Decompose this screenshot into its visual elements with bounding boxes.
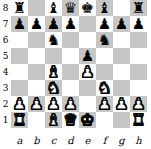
piece-black-bishop: ♝ [45,0,62,16]
square-c4[interactable]: ♝ [45,64,62,80]
square-a1[interactable]: ♜ [11,112,28,128]
file-label-a: a [11,133,28,148]
rank-label-2: 2 [0,96,11,112]
rank-label-3: 3 [0,80,11,96]
square-g5[interactable] [113,48,130,64]
square-d1[interactable]: ♛ [62,112,79,128]
square-e8[interactable]: ♚ [79,0,96,16]
square-g3[interactable] [113,80,130,96]
piece-white-king: ♚ [79,112,96,128]
square-d2[interactable]: ♟ [62,96,79,112]
square-h2[interactable]: ♟ [130,96,147,112]
square-f3[interactable]: ♞ [96,80,113,96]
square-f6[interactable]: ♞ [96,32,113,48]
square-e2[interactable] [79,96,96,112]
piece-white-pawn: ♟ [62,96,79,112]
file-label-h: h [130,133,147,148]
square-b5[interactable] [28,48,45,64]
piece-white-rook: ♜ [130,112,147,128]
square-f2[interactable]: ♟ [96,96,113,112]
square-c7[interactable]: ♟ [45,16,62,32]
piece-black-pawn: ♟ [62,16,79,32]
square-g4[interactable] [113,64,130,80]
piece-white-bishop: ♝ [45,64,62,80]
piece-black-pawn: ♟ [28,16,45,32]
piece-white-pawn: ♟ [96,96,113,112]
piece-white-pawn: ♟ [45,96,62,112]
file-label-b: b [28,133,45,148]
piece-white-knight: ♞ [45,80,62,96]
square-d3[interactable] [62,80,79,96]
square-b1[interactable] [28,112,45,128]
square-e1[interactable]: ♚ [79,112,96,128]
square-b2[interactable]: ♟ [28,96,45,112]
square-g6[interactable] [113,32,130,48]
chess-board: ♜♝♛♚♝♜♟♟♟♟♟♟♟♞♞♟♝♟♞♞♟♟♟♟♟♟♟♜♝♛♚♜ [11,0,147,128]
file-label-g: g [113,133,130,148]
square-h3[interactable] [130,80,147,96]
square-f1[interactable] [96,112,113,128]
square-a2[interactable]: ♟ [11,96,28,112]
piece-white-bishop: ♝ [45,112,62,128]
square-c5[interactable] [45,48,62,64]
square-f8[interactable]: ♝ [96,0,113,16]
square-f5[interactable] [96,48,113,64]
square-h7[interactable]: ♟ [130,16,147,32]
square-b6[interactable] [28,32,45,48]
piece-black-pawn: ♟ [79,48,96,64]
piece-black-queen: ♛ [62,0,79,16]
square-c8[interactable]: ♝ [45,0,62,16]
square-h4[interactable] [130,64,147,80]
rank-labels: 8 7 6 5 4 3 2 1 [0,0,11,128]
square-a7[interactable]: ♟ [11,16,28,32]
square-c2[interactable]: ♟ [45,96,62,112]
piece-black-pawn: ♟ [130,16,147,32]
square-g7[interactable]: ♟ [113,16,130,32]
piece-black-pawn: ♟ [113,16,130,32]
rank-label-6: 6 [0,32,11,48]
piece-white-pawn: ♟ [79,64,96,80]
piece-black-bishop: ♝ [96,0,113,16]
square-b4[interactable] [28,64,45,80]
square-d4[interactable] [62,64,79,80]
square-d8[interactable]: ♛ [62,0,79,16]
square-a4[interactable] [11,64,28,80]
square-b8[interactable] [28,0,45,16]
piece-white-pawn: ♟ [130,96,147,112]
piece-white-rook: ♜ [11,112,28,128]
square-a5[interactable] [11,48,28,64]
square-h5[interactable] [130,48,147,64]
piece-black-pawn: ♟ [45,16,62,32]
file-label-c: c [45,133,62,148]
piece-white-knight: ♞ [96,80,113,96]
piece-black-knight: ♞ [96,32,113,48]
file-label-e: e [79,133,96,148]
square-d7[interactable]: ♟ [62,16,79,32]
square-h1[interactable]: ♜ [130,112,147,128]
square-e6[interactable] [79,32,96,48]
piece-black-pawn: ♟ [96,16,113,32]
rank-label-5: 5 [0,48,11,64]
square-f4[interactable] [96,64,113,80]
rank-label-1: 1 [0,112,11,128]
square-a6[interactable] [11,32,28,48]
file-label-d: d [62,133,79,148]
square-c1[interactable]: ♝ [45,112,62,128]
chess-board-diagram: 8 7 6 5 4 3 2 1 ♜♝♛♚♝♜♟♟♟♟♟♟♟♞♞♟♝♟♞♞♟♟♟♟… [0,0,151,149]
square-e7[interactable] [79,16,96,32]
square-e4[interactable]: ♟ [79,64,96,80]
file-label-f: f [96,133,113,148]
square-c6[interactable]: ♞ [45,32,62,48]
square-g2[interactable]: ♟ [113,96,130,112]
rank-label-7: 7 [0,16,11,32]
square-a8[interactable]: ♜ [11,0,28,16]
square-b3[interactable] [28,80,45,96]
piece-black-king: ♚ [79,0,96,16]
piece-white-pawn: ♟ [11,96,28,112]
rank-label-4: 4 [0,64,11,80]
square-d6[interactable] [62,32,79,48]
square-g1[interactable] [113,112,130,128]
square-f7[interactable]: ♟ [96,16,113,32]
piece-black-pawn: ♟ [11,16,28,32]
square-g8[interactable] [113,0,130,16]
piece-black-rook: ♜ [11,0,28,16]
piece-black-knight: ♞ [45,32,62,48]
square-h6[interactable] [130,32,147,48]
file-labels: a b c d e f g h [11,133,147,148]
piece-white-pawn: ♟ [28,96,45,112]
piece-white-pawn: ♟ [113,96,130,112]
square-d5[interactable] [62,48,79,64]
square-h8[interactable]: ♜ [130,0,147,16]
square-a3[interactable] [11,80,28,96]
piece-white-queen: ♛ [62,112,79,128]
square-e5[interactable]: ♟ [79,48,96,64]
square-e3[interactable] [79,80,96,96]
piece-black-rook: ♜ [130,0,147,16]
rank-label-8: 8 [0,0,11,16]
square-c3[interactable]: ♞ [45,80,62,96]
square-b7[interactable]: ♟ [28,16,45,32]
